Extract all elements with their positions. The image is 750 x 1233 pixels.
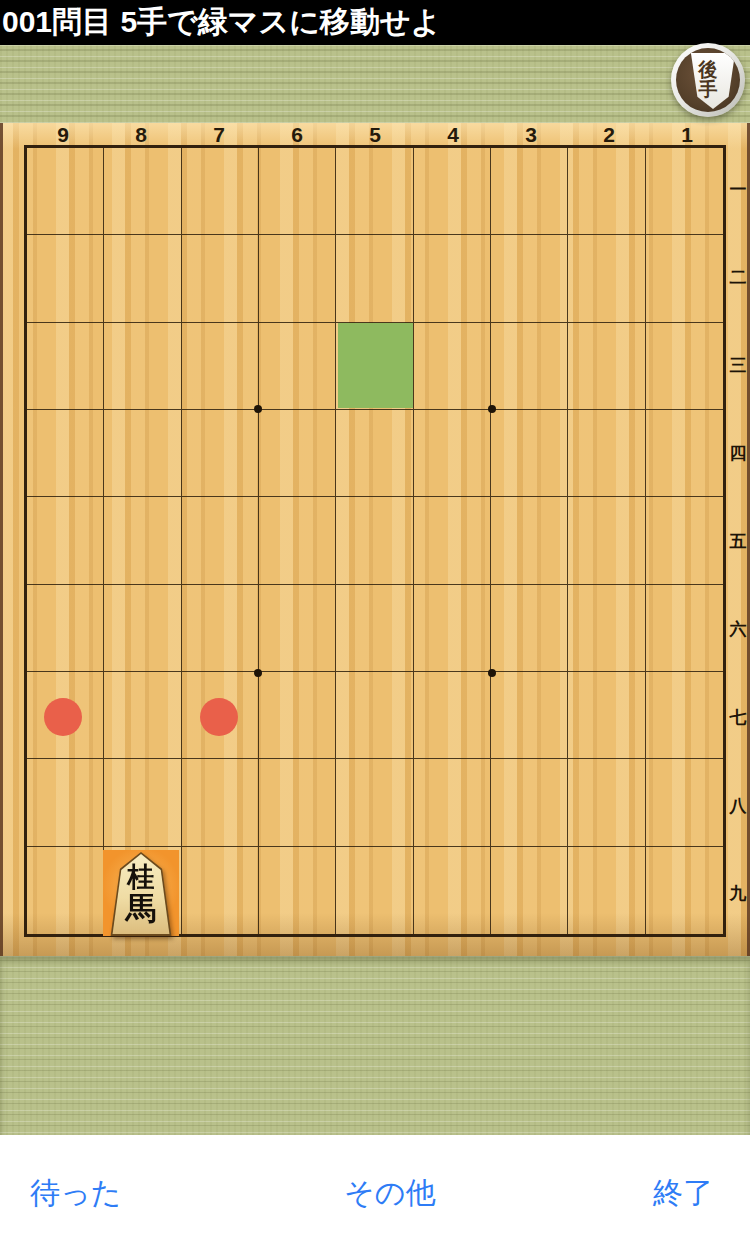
board-cell[interactable]	[646, 759, 723, 846]
board-cell[interactable]	[646, 497, 723, 584]
file-label-6: 6	[258, 123, 336, 145]
star-point	[254, 669, 262, 677]
board-cell[interactable]	[259, 323, 336, 410]
rank-coordinate-labels: 一二三四五六七八九	[726, 145, 750, 937]
board-cell[interactable]	[336, 497, 413, 584]
board-cell[interactable]	[568, 847, 645, 934]
board-cell[interactable]	[336, 235, 413, 322]
board-cell[interactable]	[646, 323, 723, 410]
board-cell[interactable]	[414, 148, 491, 235]
board-cell[interactable]	[568, 585, 645, 672]
board-cell[interactable]	[104, 410, 181, 497]
board-cell[interactable]	[182, 235, 259, 322]
board-cell[interactable]	[336, 759, 413, 846]
board-cell[interactable]	[259, 847, 336, 934]
shogi-puzzle-screen: 001問目 5手で緑マスに移動せよ 987654321 一二三四五六七八九 桂 …	[0, 0, 750, 1233]
board-cell[interactable]	[491, 847, 568, 934]
board-cell[interactable]	[259, 585, 336, 672]
board-cell[interactable]	[104, 585, 181, 672]
board-cell[interactable]	[259, 148, 336, 235]
file-label-9: 9	[24, 123, 102, 145]
target-green-square[interactable]	[338, 323, 413, 408]
rank-label-一: 一	[726, 145, 750, 233]
board-cell[interactable]	[491, 759, 568, 846]
undo-button[interactable]: 待った	[30, 1173, 121, 1214]
board-cell[interactable]	[568, 497, 645, 584]
quit-button[interactable]: 終了	[653, 1173, 713, 1214]
board-cell[interactable]	[568, 323, 645, 410]
move-hint-dot-9七[interactable]	[44, 698, 82, 736]
board-cell[interactable]	[182, 410, 259, 497]
board-cell[interactable]	[259, 497, 336, 584]
board-cell[interactable]	[491, 585, 568, 672]
board-cell[interactable]	[414, 410, 491, 497]
board-cell[interactable]	[27, 323, 104, 410]
board-cell[interactable]	[27, 410, 104, 497]
board-cell[interactable]	[182, 585, 259, 672]
board-cell[interactable]	[27, 148, 104, 235]
board-cell[interactable]	[568, 672, 645, 759]
board-cell[interactable]	[646, 847, 723, 934]
board-cell[interactable]	[27, 497, 104, 584]
board-cell[interactable]	[646, 585, 723, 672]
star-point	[488, 669, 496, 677]
board-cell[interactable]	[27, 235, 104, 322]
board-cell[interactable]	[27, 585, 104, 672]
title-bar: 001問目 5手で緑マスに移動せよ	[0, 0, 750, 45]
file-coordinate-labels: 987654321	[24, 123, 726, 145]
piece-kanji-top: 桂	[110, 863, 172, 892]
board-cell[interactable]	[491, 148, 568, 235]
board-cell[interactable]	[491, 410, 568, 497]
board-cell[interactable]	[646, 235, 723, 322]
piece-kanji-bottom: 馬	[110, 892, 172, 925]
board-cell[interactable]	[491, 235, 568, 322]
file-label-5: 5	[336, 123, 414, 145]
rank-label-七: 七	[726, 673, 750, 761]
board-cell[interactable]	[491, 497, 568, 584]
file-label-4: 4	[414, 123, 492, 145]
board-cell[interactable]	[568, 759, 645, 846]
board-cell[interactable]	[259, 235, 336, 322]
move-hint-dot-7七[interactable]	[200, 698, 238, 736]
board-cell[interactable]	[104, 148, 181, 235]
footer-bar: 待った その他 終了	[0, 1135, 750, 1233]
board-cell[interactable]	[414, 235, 491, 322]
board-cell[interactable]	[27, 759, 104, 846]
board-cell[interactable]	[336, 585, 413, 672]
rank-label-四: 四	[726, 409, 750, 497]
board-cell[interactable]	[259, 759, 336, 846]
file-label-3: 3	[492, 123, 570, 145]
board-cell[interactable]	[104, 497, 181, 584]
rank-label-九: 九	[726, 849, 750, 937]
board-cell[interactable]	[491, 323, 568, 410]
board-edge-left	[0, 123, 3, 956]
board-cell[interactable]	[104, 235, 181, 322]
star-point	[488, 405, 496, 413]
file-label-1: 1	[648, 123, 726, 145]
board-cell[interactable]	[336, 847, 413, 934]
board-cell[interactable]	[182, 759, 259, 846]
board-cell[interactable]	[491, 672, 568, 759]
board-cell[interactable]	[336, 672, 413, 759]
board-cell[interactable]	[414, 672, 491, 759]
gote-player-badge[interactable]: 後手	[671, 43, 745, 117]
star-point	[254, 405, 262, 413]
rank-label-二: 二	[726, 233, 750, 321]
sente-knight-piece[interactable]: 桂 馬	[110, 852, 172, 936]
board-cell[interactable]	[336, 410, 413, 497]
board-cell[interactable]	[646, 672, 723, 759]
file-label-8: 8	[102, 123, 180, 145]
board-cell[interactable]	[414, 585, 491, 672]
file-label-2: 2	[570, 123, 648, 145]
board-cell[interactable]	[104, 672, 181, 759]
board-grid	[24, 145, 726, 937]
board-cell[interactable]	[259, 410, 336, 497]
rank-label-八: 八	[726, 761, 750, 849]
board-cell[interactable]	[568, 235, 645, 322]
board-cell[interactable]	[182, 323, 259, 410]
gote-badge-background	[676, 48, 740, 112]
board-cell[interactable]	[414, 847, 491, 934]
gote-piece-icon	[690, 53, 736, 109]
board-cell[interactable]	[646, 410, 723, 497]
tatami-background-top	[0, 45, 750, 123]
board-cell[interactable]	[104, 323, 181, 410]
rank-label-三: 三	[726, 321, 750, 409]
board-cell[interactable]	[336, 148, 413, 235]
board-cell[interactable]	[646, 148, 723, 235]
board-cell[interactable]	[414, 323, 491, 410]
board-cell[interactable]	[568, 148, 645, 235]
board-cell[interactable]	[182, 847, 259, 934]
board-cell[interactable]	[259, 672, 336, 759]
board-cell[interactable]	[182, 497, 259, 584]
board-cell[interactable]	[568, 410, 645, 497]
board-cell[interactable]	[414, 759, 491, 846]
board-cell[interactable]	[182, 148, 259, 235]
other-button[interactable]: その他	[344, 1173, 435, 1214]
file-label-7: 7	[180, 123, 258, 145]
board-cell[interactable]	[27, 847, 104, 934]
shogi-board: 987654321 一二三四五六七八九 桂 馬	[0, 123, 750, 956]
board-cell[interactable]	[104, 759, 181, 846]
rank-label-六: 六	[726, 585, 750, 673]
tatami-background-bottom	[0, 956, 750, 1135]
rank-label-五: 五	[726, 497, 750, 585]
board-cell[interactable]	[414, 497, 491, 584]
piece-kanji: 桂 馬	[110, 863, 172, 925]
